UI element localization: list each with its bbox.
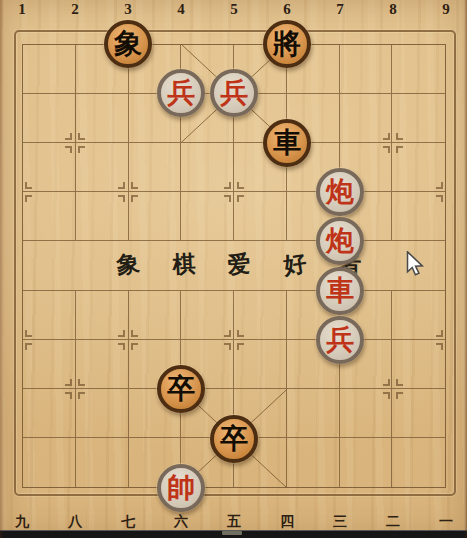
top-coordinate-label: 1: [9, 1, 35, 18]
bottom-coordinate-label: 三: [327, 513, 353, 531]
piece-character: 象: [108, 24, 148, 64]
grid-cell[interactable]: [23, 291, 76, 340]
grid-cell[interactable]: [392, 291, 445, 340]
piece-character: 卒: [161, 369, 201, 409]
top-coordinate-label: 5: [221, 1, 247, 18]
piece-red-soldier[interactable]: 兵: [316, 316, 364, 364]
grid-cell[interactable]: [392, 241, 445, 290]
bottom-coordinate-label: 七: [115, 513, 141, 531]
top-coordinate-label: 2: [62, 1, 88, 18]
grid-cell[interactable]: [181, 291, 234, 340]
piece-black-soldier[interactable]: 卒: [157, 365, 205, 413]
left-edge-shadow: [0, 0, 4, 538]
grid-cell[interactable]: [340, 389, 393, 438]
grid-cell[interactable]: [129, 291, 182, 340]
bottom-coordinate-label: 四: [274, 513, 300, 531]
bottom-coordinate-label: 五: [221, 513, 247, 531]
piece-red-cannon[interactable]: 炮: [316, 168, 364, 216]
top-coordinate-label: 8: [380, 1, 406, 18]
piece-character: 帥: [161, 468, 201, 508]
piece-black-soldier[interactable]: 卒: [210, 415, 258, 463]
grid-cell[interactable]: [392, 389, 445, 438]
river-text-char: 爱: [223, 249, 256, 282]
grid-cell[interactable]: [234, 192, 287, 241]
grid-cell[interactable]: [76, 438, 129, 487]
piece-character: 兵: [214, 73, 254, 113]
piece-character: 卒: [214, 419, 254, 459]
cutoff-text-smudge: [222, 531, 242, 535]
piece-character: 將: [267, 24, 307, 64]
grid-cell[interactable]: [23, 241, 76, 290]
piece-character: 炮: [320, 221, 360, 261]
grid-cell[interactable]: [234, 291, 287, 340]
bottom-bar: [0, 530, 467, 538]
grid-cell[interactable]: [76, 94, 129, 143]
piece-red-cannon[interactable]: 炮: [316, 217, 364, 265]
grid-cell[interactable]: [392, 94, 445, 143]
piece-black-elephant[interactable]: 象: [104, 20, 152, 68]
grid-cell[interactable]: [340, 94, 393, 143]
grid-cell[interactable]: [76, 340, 129, 389]
grid-cell[interactable]: [23, 45, 76, 94]
piece-red-chariot[interactable]: 車: [316, 267, 364, 315]
grid-cell[interactable]: [392, 45, 445, 94]
top-coordinate-label: 7: [327, 1, 353, 18]
piece-black-chariot[interactable]: 車: [263, 119, 311, 167]
grid-cell[interactable]: [76, 143, 129, 192]
piece-character: 兵: [320, 320, 360, 360]
grid-cell[interactable]: [23, 438, 76, 487]
grid-cell[interactable]: [129, 192, 182, 241]
piece-red-general[interactable]: 帥: [157, 464, 205, 512]
grid-cell[interactable]: [392, 143, 445, 192]
grid-cell[interactable]: [340, 45, 393, 94]
piece-character: 車: [267, 123, 307, 163]
top-coordinate-label: 3: [115, 1, 141, 18]
grid-cell[interactable]: [181, 143, 234, 192]
grid-cell[interactable]: [392, 438, 445, 487]
piece-character: 車: [320, 271, 360, 311]
grid-cell[interactable]: [23, 143, 76, 192]
bottom-coordinate-label: 九: [9, 513, 35, 531]
river-text-char: 好: [277, 248, 311, 282]
grid-cell[interactable]: [23, 94, 76, 143]
grid-cell[interactable]: [23, 389, 76, 438]
piece-character: 兵: [161, 73, 201, 113]
grid-cell[interactable]: [23, 340, 76, 389]
xiangqi-board[interactable]: 象棋爱好者 象將兵兵車炮炮車兵卒卒帥: [22, 44, 446, 488]
piece-black-general[interactable]: 將: [263, 20, 311, 68]
river-text-char: 象: [111, 248, 144, 281]
grid-cell[interactable]: [287, 389, 340, 438]
grid-cell[interactable]: [76, 192, 129, 241]
grid-cell[interactable]: [392, 192, 445, 241]
bottom-coordinate-label: 八: [62, 513, 88, 531]
grid-cell[interactable]: [181, 192, 234, 241]
xiangqi-app-screen: 象棋爱好者 象將兵兵車炮炮車兵卒卒帥 123456789 九八七六五四三二一: [0, 0, 467, 538]
bottom-coordinate-label: 二: [380, 513, 406, 531]
bottom-coordinate-label: 一: [433, 513, 459, 531]
grid-cell[interactable]: [340, 438, 393, 487]
grid-cell[interactable]: [76, 389, 129, 438]
grid-cell[interactable]: [76, 291, 129, 340]
river-text-char: 棋: [168, 249, 200, 281]
top-coordinate-label: 9: [433, 1, 459, 18]
piece-character: 炮: [320, 172, 360, 212]
grid-cell[interactable]: [23, 192, 76, 241]
grid-cell[interactable]: [392, 340, 445, 389]
grid-cell[interactable]: [234, 340, 287, 389]
piece-red-soldier[interactable]: 兵: [210, 69, 258, 117]
grid-cell[interactable]: [287, 438, 340, 487]
grid-cell[interactable]: [129, 143, 182, 192]
top-coordinate-label: 4: [168, 1, 194, 18]
top-coordinate-label: 6: [274, 1, 300, 18]
bottom-coordinate-label: 六: [168, 513, 194, 531]
piece-red-soldier[interactable]: 兵: [157, 69, 205, 117]
